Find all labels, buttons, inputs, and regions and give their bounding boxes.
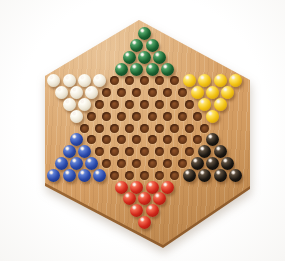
marble-red[interactable] bbox=[146, 204, 159, 217]
board-hole[interactable] bbox=[125, 147, 134, 156]
board-hole[interactable] bbox=[148, 135, 157, 144]
marble-blue[interactable] bbox=[47, 169, 60, 182]
marble-green[interactable] bbox=[161, 63, 174, 76]
board-hole[interactable] bbox=[148, 159, 157, 168]
marble-blue[interactable] bbox=[85, 157, 98, 170]
board-hole[interactable] bbox=[80, 124, 89, 133]
marble-red[interactable] bbox=[130, 204, 143, 217]
board-hole[interactable] bbox=[148, 112, 157, 121]
marble-green[interactable] bbox=[123, 51, 136, 64]
board-hole[interactable] bbox=[163, 88, 172, 97]
board-hole[interactable] bbox=[163, 135, 172, 144]
board-hole[interactable] bbox=[110, 100, 119, 109]
board-hole[interactable] bbox=[125, 100, 134, 109]
marble-yellow[interactable] bbox=[191, 86, 204, 99]
board-hole[interactable] bbox=[95, 147, 104, 156]
board-hole[interactable] bbox=[132, 112, 141, 121]
marble-green[interactable] bbox=[130, 63, 143, 76]
board-hole[interactable] bbox=[155, 171, 164, 180]
marble-black[interactable] bbox=[221, 157, 234, 170]
marble-black[interactable] bbox=[183, 169, 196, 182]
board-hole[interactable] bbox=[140, 171, 149, 180]
marble-green[interactable] bbox=[115, 63, 128, 76]
board-hole[interactable] bbox=[140, 76, 149, 85]
marble-white[interactable] bbox=[93, 74, 106, 87]
board-hole[interactable] bbox=[178, 159, 187, 168]
board-hole[interactable] bbox=[140, 147, 149, 156]
board-hole[interactable] bbox=[125, 171, 134, 180]
marble-white[interactable] bbox=[85, 86, 98, 99]
marble-yellow[interactable] bbox=[183, 74, 196, 87]
marble-blue[interactable] bbox=[55, 157, 68, 170]
marble-black[interactable] bbox=[191, 157, 204, 170]
board-hole[interactable] bbox=[125, 76, 134, 85]
marble-red[interactable] bbox=[138, 192, 151, 205]
marble-blue[interactable] bbox=[63, 145, 76, 158]
marble-black[interactable] bbox=[206, 157, 219, 170]
marble-green[interactable] bbox=[138, 27, 151, 40]
marble-yellow[interactable] bbox=[229, 74, 242, 87]
board-hole[interactable] bbox=[117, 135, 126, 144]
board-hole[interactable] bbox=[110, 124, 119, 133]
board-hole[interactable] bbox=[163, 159, 172, 168]
photo-canvas bbox=[0, 0, 285, 261]
board-hole[interactable] bbox=[132, 88, 141, 97]
marble-black[interactable] bbox=[198, 169, 211, 182]
marble-red[interactable] bbox=[161, 181, 174, 194]
board-hole[interactable] bbox=[155, 100, 164, 109]
board-hole[interactable] bbox=[110, 171, 119, 180]
board-shadow bbox=[0, 0, 285, 261]
board-hole[interactable] bbox=[102, 159, 111, 168]
board-hole[interactable] bbox=[155, 147, 164, 156]
board-hole[interactable] bbox=[170, 171, 179, 180]
board-hole[interactable] bbox=[170, 76, 179, 85]
marble-blue[interactable] bbox=[70, 133, 83, 146]
board-hole[interactable] bbox=[170, 100, 179, 109]
marble-white[interactable] bbox=[78, 98, 91, 111]
marble-blue[interactable] bbox=[78, 145, 91, 158]
marble-black[interactable] bbox=[229, 169, 242, 182]
board-hole[interactable] bbox=[102, 112, 111, 121]
marble-green[interactable] bbox=[146, 39, 159, 52]
board-hole[interactable] bbox=[95, 124, 104, 133]
marble-blue[interactable] bbox=[78, 169, 91, 182]
marble-green[interactable] bbox=[146, 63, 159, 76]
board-hole[interactable] bbox=[117, 88, 126, 97]
board-hole[interactable] bbox=[185, 124, 194, 133]
marble-yellow[interactable] bbox=[206, 110, 219, 123]
board-hole[interactable] bbox=[178, 88, 187, 97]
marble-red[interactable] bbox=[153, 192, 166, 205]
marble-green[interactable] bbox=[138, 51, 151, 64]
board-hole[interactable] bbox=[148, 88, 157, 97]
board-hole[interactable] bbox=[132, 159, 141, 168]
board-hole[interactable] bbox=[125, 124, 134, 133]
board-hole[interactable] bbox=[163, 112, 172, 121]
marble-green[interactable] bbox=[130, 39, 143, 52]
board-hole[interactable] bbox=[140, 100, 149, 109]
marble-blue[interactable] bbox=[93, 169, 106, 182]
board-hole[interactable] bbox=[110, 147, 119, 156]
board-hole[interactable] bbox=[170, 124, 179, 133]
board-cells bbox=[0, 0, 285, 261]
marble-red[interactable] bbox=[138, 216, 151, 229]
marble-white[interactable] bbox=[55, 86, 68, 99]
marble-yellow[interactable] bbox=[198, 98, 211, 111]
marble-white[interactable] bbox=[70, 86, 83, 99]
board-hole[interactable] bbox=[178, 135, 187, 144]
board-hole[interactable] bbox=[102, 88, 111, 97]
marble-green[interactable] bbox=[153, 51, 166, 64]
board-hole[interactable] bbox=[170, 147, 179, 156]
board-hole[interactable] bbox=[193, 135, 202, 144]
marble-white[interactable] bbox=[63, 98, 76, 111]
board-hole[interactable] bbox=[87, 135, 96, 144]
marble-blue[interactable] bbox=[70, 157, 83, 170]
board-hole[interactable] bbox=[185, 147, 194, 156]
board-hole[interactable] bbox=[140, 124, 149, 133]
marble-black[interactable] bbox=[206, 133, 219, 146]
board-hole[interactable] bbox=[193, 112, 202, 121]
marble-black[interactable] bbox=[214, 169, 227, 182]
board-hole[interactable] bbox=[155, 76, 164, 85]
marble-yellow[interactable] bbox=[221, 86, 234, 99]
board-hole[interactable] bbox=[185, 100, 194, 109]
marble-yellow[interactable] bbox=[214, 98, 227, 111]
board-hole[interactable] bbox=[155, 124, 164, 133]
board-hole[interactable] bbox=[200, 124, 209, 133]
board-hole[interactable] bbox=[110, 76, 119, 85]
board-hole[interactable] bbox=[102, 135, 111, 144]
marble-black[interactable] bbox=[198, 145, 211, 158]
board-hole[interactable] bbox=[95, 100, 104, 109]
marble-blue[interactable] bbox=[63, 169, 76, 182]
board-hole[interactable] bbox=[87, 112, 96, 121]
board-hole[interactable] bbox=[132, 135, 141, 144]
board-hole[interactable] bbox=[117, 112, 126, 121]
marble-black[interactable] bbox=[214, 145, 227, 158]
board-hole[interactable] bbox=[117, 159, 126, 168]
marble-yellow[interactable] bbox=[206, 86, 219, 99]
board-hole[interactable] bbox=[178, 112, 187, 121]
marble-white[interactable] bbox=[70, 110, 83, 123]
